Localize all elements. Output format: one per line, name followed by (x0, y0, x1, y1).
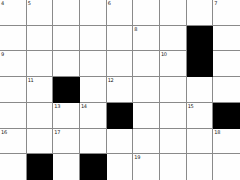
cell-r5c8[interactable]: 18 (213, 129, 240, 155)
cell-r1c4[interactable] (107, 26, 134, 52)
block-cell-r3c2 (53, 77, 80, 103)
cell-r3c1[interactable]: 11 (27, 77, 54, 103)
cell-r6c5[interactable]: 19 (133, 154, 160, 180)
cell-r0c2[interactable] (53, 0, 80, 26)
block-cell-r4c4 (107, 103, 134, 129)
cell-r2c2[interactable] (53, 51, 80, 77)
cell-r5c0[interactable]: 16 (0, 129, 27, 155)
cell-r0c8[interactable]: 7 (213, 0, 240, 26)
clue-number-13: 13 (54, 103, 60, 109)
crossword-grid: 45678910111213141516171819 (0, 0, 240, 180)
block-cell-r6c3 (80, 154, 107, 180)
clue-number-18: 18 (214, 129, 220, 135)
cell-r3c3[interactable] (80, 77, 107, 103)
cell-r5c1[interactable] (27, 129, 54, 155)
cell-r2c3[interactable] (80, 51, 107, 77)
cell-r0c7[interactable] (187, 0, 214, 26)
clue-number-10: 10 (161, 51, 167, 57)
cell-r2c0[interactable]: 9 (0, 51, 27, 77)
cell-r0c3[interactable] (80, 0, 107, 26)
clue-number-17: 17 (54, 129, 60, 135)
cell-r6c8[interactable] (213, 154, 240, 180)
cell-r0c0[interactable]: 4 (0, 0, 27, 26)
clue-number-9: 9 (1, 51, 4, 57)
clue-number-4: 4 (1, 0, 4, 6)
cell-r2c1[interactable] (27, 51, 54, 77)
block-cell-r4c8 (213, 103, 240, 129)
cell-r3c8[interactable] (213, 77, 240, 103)
cell-r5c3[interactable] (80, 129, 107, 155)
cell-r5c6[interactable] (160, 129, 187, 155)
clue-number-8: 8 (134, 26, 137, 32)
clue-number-6: 6 (108, 0, 111, 6)
cell-r3c7[interactable] (187, 77, 214, 103)
clue-number-7: 7 (214, 0, 217, 6)
cell-r2c6[interactable]: 10 (160, 51, 187, 77)
cell-r5c2[interactable]: 17 (53, 129, 80, 155)
cell-r4c2[interactable]: 13 (53, 103, 80, 129)
cell-r2c4[interactable] (107, 51, 134, 77)
clue-number-19: 19 (134, 154, 140, 160)
clue-number-5: 5 (28, 0, 31, 6)
cell-r4c1[interactable] (27, 103, 54, 129)
cell-r6c6[interactable] (160, 154, 187, 180)
cell-r4c0[interactable] (0, 103, 27, 129)
cell-r0c5[interactable] (133, 0, 160, 26)
cell-r0c4[interactable]: 6 (107, 0, 134, 26)
cell-r2c5[interactable] (133, 51, 160, 77)
cell-r1c0[interactable] (0, 26, 27, 52)
clue-number-12: 12 (108, 77, 114, 83)
cell-r6c2[interactable] (53, 154, 80, 180)
cell-r0c6[interactable] (160, 0, 187, 26)
cell-r4c3[interactable]: 14 (80, 103, 107, 129)
block-cell-r1c7 (187, 26, 214, 52)
cell-r4c6[interactable] (160, 103, 187, 129)
cell-r1c6[interactable] (160, 26, 187, 52)
cell-r6c4[interactable] (107, 154, 134, 180)
cell-r4c5[interactable] (133, 103, 160, 129)
block-cell-r6c1 (27, 154, 54, 180)
cell-r1c3[interactable] (80, 26, 107, 52)
cell-r3c0[interactable] (0, 77, 27, 103)
cell-r3c4[interactable]: 12 (107, 77, 134, 103)
clue-number-15: 15 (188, 103, 194, 109)
cell-r2c8[interactable] (213, 51, 240, 77)
cell-r1c1[interactable] (27, 26, 54, 52)
cell-r5c5[interactable] (133, 129, 160, 155)
cell-r1c8[interactable] (213, 26, 240, 52)
clue-number-16: 16 (1, 129, 7, 135)
cell-r5c4[interactable] (107, 129, 134, 155)
clue-number-11: 11 (28, 77, 34, 83)
cell-r6c7[interactable] (187, 154, 214, 180)
cell-r1c2[interactable] (53, 26, 80, 52)
cell-r5c7[interactable] (187, 129, 214, 155)
cell-r3c5[interactable] (133, 77, 160, 103)
cell-r4c7[interactable]: 15 (187, 103, 214, 129)
clue-number-14: 14 (81, 103, 87, 109)
cell-r1c5[interactable]: 8 (133, 26, 160, 52)
cell-r0c1[interactable]: 5 (27, 0, 54, 26)
cell-r6c0[interactable] (0, 154, 27, 180)
block-cell-r2c7 (187, 51, 214, 77)
cell-r3c6[interactable] (160, 77, 187, 103)
